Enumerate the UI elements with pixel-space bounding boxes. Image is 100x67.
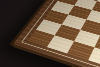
photo-canvas — [0, 0, 100, 67]
